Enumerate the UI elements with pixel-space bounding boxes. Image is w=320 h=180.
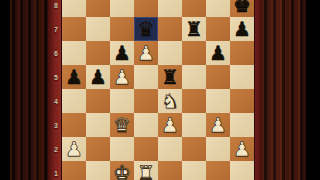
square-d2[interactable] [134, 137, 158, 161]
square-c4[interactable] [110, 89, 134, 113]
square-c3[interactable]: ♛ [110, 113, 134, 137]
square-g6[interactable]: ♟ [206, 41, 230, 65]
square-h3[interactable] [230, 113, 254, 137]
square-h7[interactable]: ♟ [230, 17, 254, 41]
square-d4[interactable] [134, 89, 158, 113]
square-b6[interactable] [86, 41, 110, 65]
square-d1[interactable]: ♜ [134, 161, 158, 180]
square-a7[interactable] [62, 17, 86, 41]
piece-white-knight-e4[interactable]: ♞ [158, 89, 182, 113]
square-b3[interactable] [86, 113, 110, 137]
piece-black-pawn-h7[interactable]: ♟ [230, 17, 254, 41]
square-b8[interactable] [86, 0, 110, 17]
square-a2[interactable]: ♟ [62, 137, 86, 161]
square-d6[interactable]: ♟ [134, 41, 158, 65]
piece-black-rook-e5[interactable]: ♜ [158, 65, 182, 89]
square-g7[interactable] [206, 17, 230, 41]
square-f5[interactable] [182, 65, 206, 89]
square-b5[interactable]: ♟ [86, 65, 110, 89]
square-e2[interactable] [158, 137, 182, 161]
square-f4[interactable] [182, 89, 206, 113]
rank-label-1: 1 [48, 161, 61, 180]
square-e8[interactable] [158, 0, 182, 17]
square-c5[interactable]: ♟ [110, 65, 134, 89]
square-c1[interactable]: ♚ [110, 161, 134, 180]
piece-white-pawn-e3[interactable]: ♟ [158, 113, 182, 137]
rank-label-7: 7 [48, 17, 61, 41]
square-a8[interactable] [62, 0, 86, 17]
square-b7[interactable] [86, 17, 110, 41]
piece-white-pawn-h2[interactable]: ♟ [230, 137, 254, 161]
square-f1[interactable] [182, 161, 206, 180]
chess-video-frame: 87654321 ♚♛♜♟♟♟♟♟♟♟♜♞♛♟♟♟♟♚♜ [0, 0, 320, 180]
square-g1[interactable] [206, 161, 230, 180]
square-e6[interactable] [158, 41, 182, 65]
piece-white-king-c1[interactable]: ♚ [110, 161, 134, 180]
square-e4[interactable]: ♞ [158, 89, 182, 113]
square-h5[interactable] [230, 65, 254, 89]
square-g5[interactable] [206, 65, 230, 89]
square-d5[interactable] [134, 65, 158, 89]
square-e3[interactable]: ♟ [158, 113, 182, 137]
square-f8[interactable] [182, 0, 206, 17]
piece-white-pawn-c5[interactable]: ♟ [110, 65, 134, 89]
square-f7[interactable]: ♜ [182, 17, 206, 41]
piece-white-pawn-g3[interactable]: ♟ [206, 113, 230, 137]
square-g8[interactable] [206, 0, 230, 17]
square-g3[interactable]: ♟ [206, 113, 230, 137]
piece-black-pawn-c6[interactable]: ♟ [110, 41, 134, 65]
rank-label-2: 2 [48, 137, 61, 161]
square-a6[interactable] [62, 41, 86, 65]
square-b1[interactable] [86, 161, 110, 180]
square-e1[interactable] [158, 161, 182, 180]
square-c8[interactable] [110, 0, 134, 17]
square-f6[interactable] [182, 41, 206, 65]
square-f3[interactable] [182, 113, 206, 137]
square-b2[interactable] [86, 137, 110, 161]
rank-label-8: 8 [48, 0, 61, 17]
piece-white-pawn-d6[interactable]: ♟ [134, 41, 158, 65]
piece-white-rook-d1[interactable]: ♜ [134, 161, 158, 180]
rank-label-4: 4 [48, 89, 61, 113]
piece-white-pawn-a2[interactable]: ♟ [62, 137, 86, 161]
piece-black-pawn-b5[interactable]: ♟ [86, 65, 110, 89]
square-d7[interactable]: ♛ [134, 17, 158, 41]
square-a4[interactable] [62, 89, 86, 113]
piece-black-rook-f7[interactable]: ♜ [182, 17, 206, 41]
square-h8[interactable]: ♚ [230, 0, 254, 17]
square-h4[interactable] [230, 89, 254, 113]
wood-frame-left [10, 0, 48, 180]
square-c7[interactable] [110, 17, 134, 41]
board-border-right [254, 0, 262, 180]
square-h1[interactable] [230, 161, 254, 180]
square-h2[interactable]: ♟ [230, 137, 254, 161]
square-d8[interactable] [134, 0, 158, 17]
wood-frame-right [262, 0, 306, 180]
square-e7[interactable] [158, 17, 182, 41]
board: ♚♛♜♟♟♟♟♟♟♟♜♞♛♟♟♟♟♚♜ [62, 0, 254, 180]
rank-labels: 87654321 [48, 0, 61, 180]
piece-black-pawn-g6[interactable]: ♟ [206, 41, 230, 65]
piece-black-queen-d7[interactable]: ♛ [134, 17, 158, 41]
rank-label-3: 3 [48, 113, 61, 137]
rank-label-6: 6 [48, 41, 61, 65]
piece-white-queen-c3[interactable]: ♛ [110, 113, 134, 137]
square-d3[interactable] [134, 113, 158, 137]
square-c6[interactable]: ♟ [110, 41, 134, 65]
square-b4[interactable] [86, 89, 110, 113]
square-a5[interactable]: ♟ [62, 65, 86, 89]
square-a3[interactable] [62, 113, 86, 137]
square-c2[interactable] [110, 137, 134, 161]
board-wrap: ♚♛♜♟♟♟♟♟♟♟♜♞♛♟♟♟♟♚♜ [62, 0, 254, 180]
piece-black-king-h8[interactable]: ♚ [230, 0, 254, 17]
square-f2[interactable] [182, 137, 206, 161]
square-g4[interactable] [206, 89, 230, 113]
square-h6[interactable] [230, 41, 254, 65]
square-g2[interactable] [206, 137, 230, 161]
piece-black-pawn-a5[interactable]: ♟ [62, 65, 86, 89]
rank-label-5: 5 [48, 65, 61, 89]
square-e5[interactable]: ♜ [158, 65, 182, 89]
square-a1[interactable] [62, 161, 86, 180]
